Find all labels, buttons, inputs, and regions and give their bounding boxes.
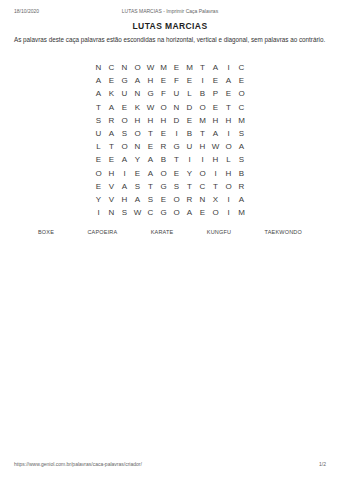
grid-cell: V xyxy=(105,193,118,206)
grid-cell: A xyxy=(105,127,118,140)
grid-cell: L xyxy=(92,140,105,153)
grid-cell: M xyxy=(157,61,170,74)
grid-cell: G xyxy=(118,74,131,87)
grid-cell: A xyxy=(235,140,248,153)
grid-cell: S xyxy=(235,153,248,166)
grid-cell: O xyxy=(222,140,235,153)
grid-cell: A xyxy=(105,101,118,114)
word-item: BOXE xyxy=(38,229,54,235)
grid-cell: U xyxy=(92,127,105,140)
grid-cell: E xyxy=(105,153,118,166)
document-title: LUTAS MARCIAS - Imprimir Caça Palavras xyxy=(14,8,326,14)
grid-cell: B xyxy=(183,127,196,140)
grid-cell: N xyxy=(196,193,209,206)
page-number: 1/2 xyxy=(319,461,326,467)
grid-cell: O xyxy=(118,140,131,153)
grid-cell: T xyxy=(222,101,235,114)
grid-cell: S xyxy=(118,127,131,140)
source-url: https://www.geniol.com.br/palavras/caca-… xyxy=(14,461,142,467)
puzzle-title: LUTAS MARCIAS xyxy=(0,21,340,31)
grid-cell: I xyxy=(170,127,183,140)
grid-cell: A xyxy=(209,61,222,74)
grid-cell: O xyxy=(209,206,222,219)
grid-cell: G xyxy=(157,206,170,219)
grid-cell: H xyxy=(157,114,170,127)
grid-cell: G xyxy=(157,180,170,193)
grid-cell: A xyxy=(92,74,105,87)
grid-cell: H xyxy=(144,114,157,127)
grid-cell: V xyxy=(105,180,118,193)
grid-cell: P xyxy=(209,87,222,100)
grid-cell: K xyxy=(131,101,144,114)
grid-cell: O xyxy=(157,167,170,180)
grid-cell: B xyxy=(157,153,170,166)
grid-cell: H xyxy=(222,114,235,127)
grid-cell: M xyxy=(235,206,248,219)
grid-cell: S xyxy=(144,193,157,206)
grid-cell: O xyxy=(118,114,131,127)
grid-cell: A xyxy=(235,193,248,206)
grid-cell: T xyxy=(196,61,209,74)
grid-cell: S xyxy=(118,206,131,219)
grid-cell: B xyxy=(235,167,248,180)
grid-cell: E xyxy=(118,101,131,114)
word-item: CAPOEIRA xyxy=(87,229,117,235)
grid-cell: R xyxy=(157,140,170,153)
grid-cell: C xyxy=(235,61,248,74)
grid-cell: T xyxy=(105,140,118,153)
grid-cell: T xyxy=(170,153,183,166)
grid-cell: N xyxy=(118,61,131,74)
grid-cell: N xyxy=(131,140,144,153)
grid-cell: T xyxy=(144,127,157,140)
grid-cell: I xyxy=(222,193,235,206)
grid-cell: Y xyxy=(183,167,196,180)
grid-cell: E xyxy=(157,193,170,206)
grid-cell: H xyxy=(196,140,209,153)
grid-cell: D xyxy=(170,114,183,127)
grid-cell: Y xyxy=(92,193,105,206)
grid-cell: E xyxy=(209,74,222,87)
grid-cell: W xyxy=(144,101,157,114)
grid-cell: I xyxy=(183,153,196,166)
grid-cell: E xyxy=(235,74,248,87)
grid-cell: A xyxy=(222,74,235,87)
grid-cell: N xyxy=(170,101,183,114)
grid-cell: O xyxy=(131,61,144,74)
grid-cell: U xyxy=(170,87,183,100)
grid-cell: I xyxy=(222,127,235,140)
word-item: KUNGFU xyxy=(207,229,231,235)
grid-cell: E xyxy=(209,101,222,114)
word-item: KARATE xyxy=(151,229,174,235)
grid-cell: A xyxy=(131,193,144,206)
word-list: BOXE CAPOEIRA KARATE KUNGFU TAEKWONDO xyxy=(38,229,302,235)
print-footer: https://www.geniol.com.br/palavras/caca-… xyxy=(14,461,326,469)
grid-cell: F xyxy=(157,87,170,100)
grid-cell: H xyxy=(105,167,118,180)
grid-cell: N xyxy=(92,61,105,74)
grid-cell: K xyxy=(105,87,118,100)
grid-cell: H xyxy=(118,193,131,206)
grid-cell: O xyxy=(196,167,209,180)
grid-cell: O xyxy=(235,87,248,100)
grid-cell: A xyxy=(118,180,131,193)
grid-cell: H xyxy=(209,114,222,127)
grid-cell: I xyxy=(196,153,209,166)
grid-cell: I xyxy=(118,167,131,180)
grid-cell: E xyxy=(196,206,209,219)
grid-cell: S xyxy=(170,180,183,193)
grid-cell: I xyxy=(196,74,209,87)
grid-cell: U xyxy=(118,87,131,100)
grid-cell: E xyxy=(183,114,196,127)
grid-cell: E xyxy=(105,74,118,87)
grid-cell: U xyxy=(183,140,196,153)
grid-cell: R xyxy=(105,114,118,127)
grid-cell: E xyxy=(170,61,183,74)
grid-cell: O xyxy=(170,206,183,219)
grid-cell: L xyxy=(183,87,196,100)
grid-cell: A xyxy=(118,153,131,166)
grid-cell: E xyxy=(157,74,170,87)
grid-cell: E xyxy=(157,127,170,140)
grid-cell: E xyxy=(92,153,105,166)
grid-cell: N xyxy=(105,206,118,219)
grid-cell: E xyxy=(92,180,105,193)
grid-cell: I xyxy=(222,61,235,74)
grid-cell: S xyxy=(235,127,248,140)
grid-cell: S xyxy=(131,180,144,193)
grid-cell: E xyxy=(131,167,144,180)
word-search-grid: NCNOWMEMTAICAEGAHEFEIEAEAKUNGFULBPEOTAEK… xyxy=(92,61,248,219)
grid-cell: A xyxy=(144,153,157,166)
grid-cell: T xyxy=(196,127,209,140)
grid-cell: A xyxy=(131,74,144,87)
grid-cell: M xyxy=(183,61,196,74)
grid-cell: L xyxy=(222,153,235,166)
grid-cell: O xyxy=(157,101,170,114)
grid-cell: O xyxy=(170,193,183,206)
grid-cell: M xyxy=(235,114,248,127)
grid-cell: I xyxy=(222,206,235,219)
grid-cell: H xyxy=(144,74,157,87)
grid-cell: H xyxy=(209,153,222,166)
grid-cell: C xyxy=(196,180,209,193)
grid-cell: B xyxy=(196,87,209,100)
grid-cell: R xyxy=(183,193,196,206)
grid-cell: N xyxy=(131,87,144,100)
grid-cell: T xyxy=(183,180,196,193)
grid-cell: O xyxy=(131,127,144,140)
word-item: TAEKWONDO xyxy=(265,229,302,235)
grid-cell: O xyxy=(196,101,209,114)
grid-cell: A xyxy=(144,167,157,180)
grid-cell: E xyxy=(170,167,183,180)
grid-cell: A xyxy=(183,206,196,219)
grid-cell: X xyxy=(209,193,222,206)
grid-cell: O xyxy=(222,180,235,193)
grid-cell: R xyxy=(235,180,248,193)
grid-cell: E xyxy=(144,140,157,153)
puzzle-instructions: As palavras deste caça palavras estão es… xyxy=(14,35,328,45)
grid-cell: I xyxy=(209,167,222,180)
grid-cell: O xyxy=(92,167,105,180)
grid-cell: W xyxy=(131,206,144,219)
grid-cell: C xyxy=(144,206,157,219)
grid-cell: F xyxy=(170,74,183,87)
grid-cell: E xyxy=(183,74,196,87)
grid-cell: T xyxy=(144,180,157,193)
grid-cell: C xyxy=(105,61,118,74)
grid-cell: S xyxy=(92,114,105,127)
grid-cell: C xyxy=(235,101,248,114)
grid-cell: W xyxy=(144,61,157,74)
grid-cell: D xyxy=(183,101,196,114)
word-search-print-page: { "game": "word-search", "position": [ "… xyxy=(0,0,340,480)
grid-cell: I xyxy=(92,206,105,219)
grid-cell: T xyxy=(92,101,105,114)
grid-cell: G xyxy=(170,140,183,153)
grid-cell: A xyxy=(92,87,105,100)
grid-cell: H xyxy=(131,114,144,127)
grid-cell: G xyxy=(144,87,157,100)
grid-cell: H xyxy=(222,167,235,180)
grid-cell: A xyxy=(209,127,222,140)
grid-cell: M xyxy=(196,114,209,127)
grid-cell: T xyxy=(209,180,222,193)
grid-cell: W xyxy=(209,140,222,153)
print-header: 18/10/2020 LUTAS MARCIAS - Imprimir Caça… xyxy=(14,8,326,16)
grid-cell: Y xyxy=(131,153,144,166)
grid-cell: E xyxy=(222,87,235,100)
